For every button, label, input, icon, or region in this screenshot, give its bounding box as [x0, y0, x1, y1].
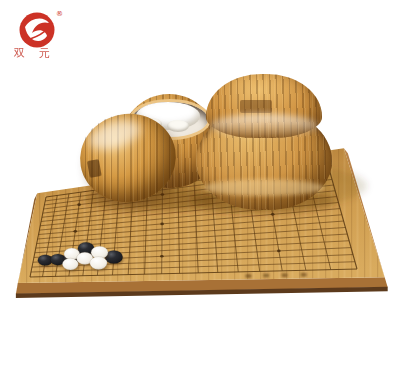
product-photo-stage: ® 双元	[0, 0, 400, 378]
star-point	[271, 213, 275, 216]
brand-logo: ® 双元	[10, 8, 86, 68]
star-point	[160, 223, 164, 226]
engraving-mark	[301, 273, 307, 277]
engraving-mark	[263, 274, 269, 278]
seal-stamp	[240, 100, 272, 113]
logo-circle	[20, 13, 55, 48]
stone-white	[62, 258, 78, 270]
star-point	[77, 203, 81, 206]
stone-white	[90, 257, 107, 270]
registered-trademark: ®	[56, 10, 63, 18]
engraving-mark	[245, 274, 251, 278]
lid-sheen	[210, 114, 318, 138]
star-point	[277, 250, 281, 253]
closed-go-bowl	[196, 74, 332, 210]
engraving-mark	[282, 273, 288, 277]
star-point	[73, 230, 77, 233]
star-point	[160, 255, 164, 258]
brand-name-text: 双元	[14, 46, 84, 61]
bamboo-light-band	[204, 179, 324, 196]
